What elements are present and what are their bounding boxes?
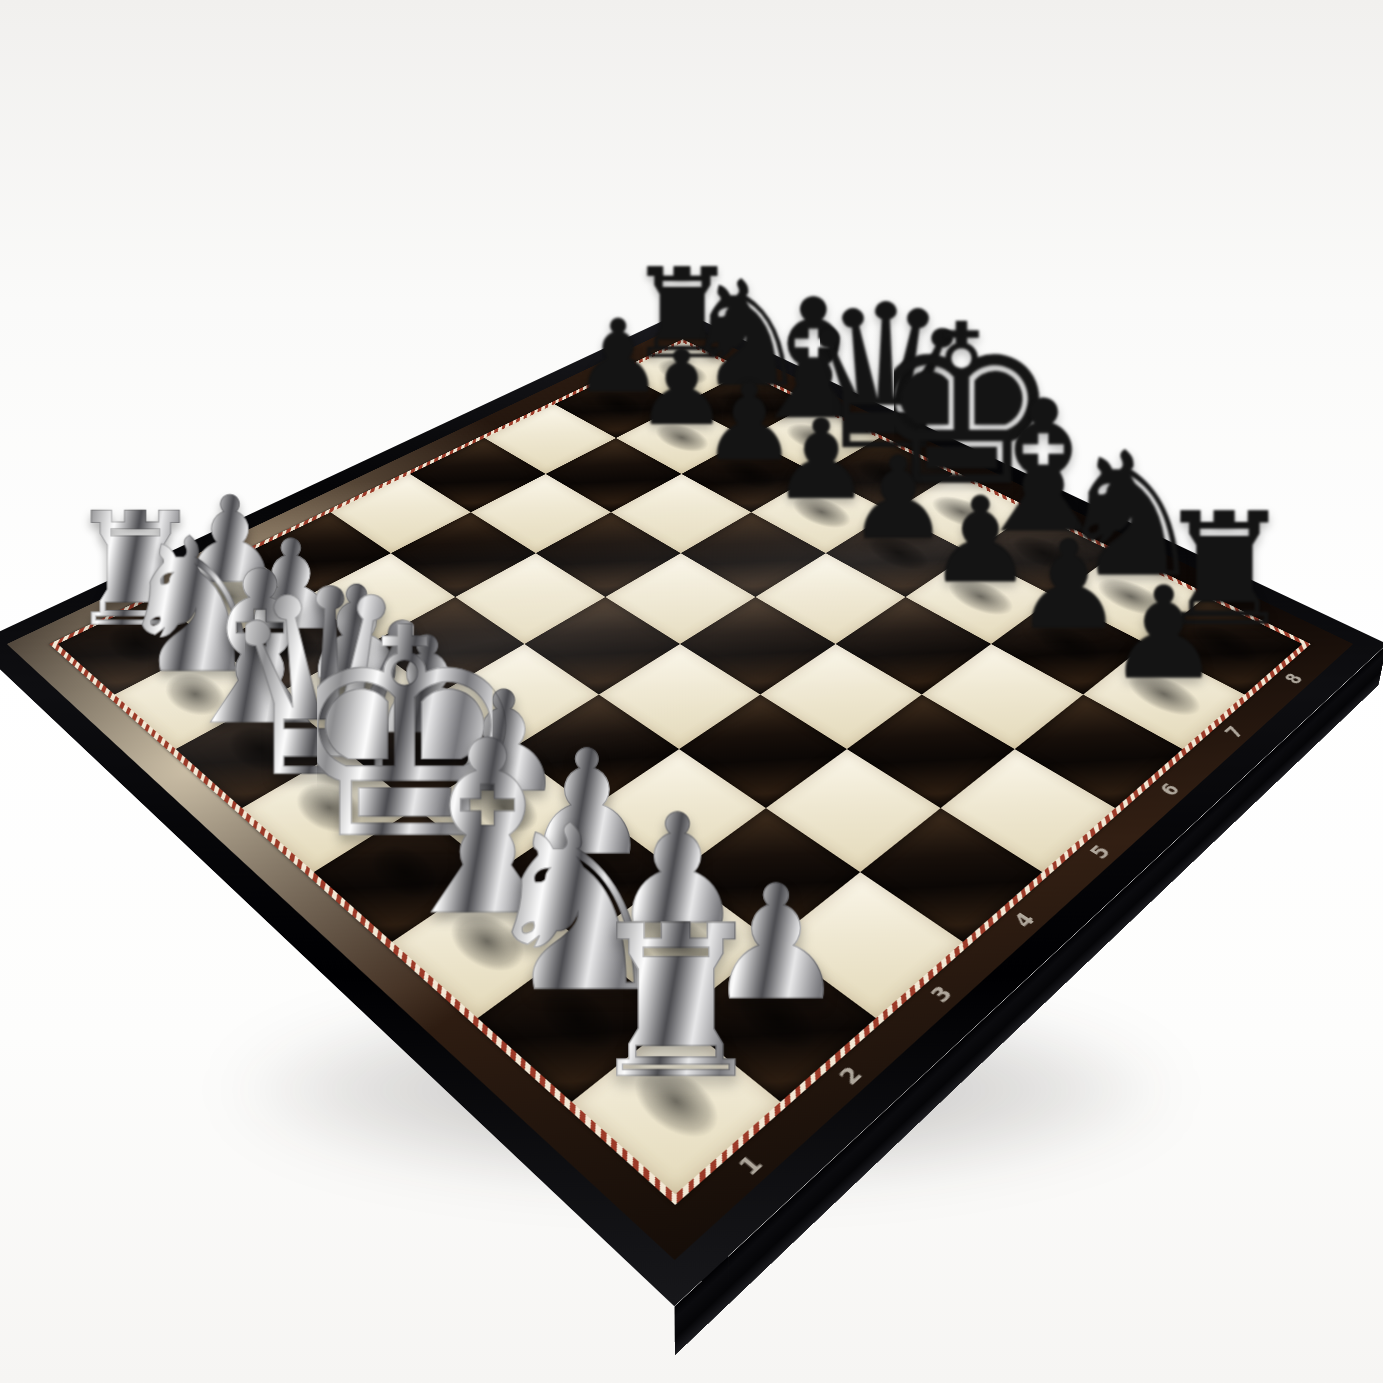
perspective-container: 12345678 ♜♞♝♛♚♝♞♜♟♟♟♟♟♟♟♟♟♟♟♟♟♟♟♟♜♞♝♛♚♝♞… xyxy=(0,0,1383,1383)
chess-board: 12345678 ♜♞♝♛♚♝♞♜♟♟♟♟♟♟♟♟♟♟♟♟♟♟♟♟♜♞♝♛♚♝♞… xyxy=(0,311,1383,1306)
piece-black-pawn-h7: ♟ xyxy=(1086,566,1242,694)
piece-white-rook-h1: ♜ xyxy=(575,891,776,1101)
chess-set-photo: 12345678 ♜♞♝♛♚♝♞♜♟♟♟♟♟♟♟♟♟♟♟♟♟♟♟♟♜♞♝♛♚♝♞… xyxy=(0,0,1383,1383)
